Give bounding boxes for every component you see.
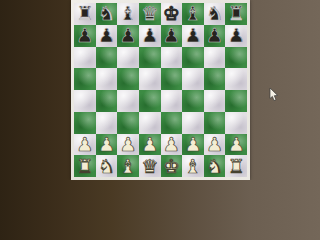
square-d7[interactable]: ♟ xyxy=(139,25,161,47)
square-d3[interactable] xyxy=(139,112,161,134)
square-d5[interactable] xyxy=(139,68,161,90)
piece-black-pawn[interactable]: ♟ xyxy=(184,26,201,45)
piece-black-king[interactable]: ♚ xyxy=(163,4,180,23)
square-e6[interactable] xyxy=(161,47,183,69)
piece-white-bishop[interactable]: ♝ xyxy=(120,156,137,175)
square-g7[interactable]: ♟ xyxy=(204,25,226,47)
mouse-cursor xyxy=(269,88,279,102)
square-g6[interactable] xyxy=(204,47,226,69)
piece-white-pawn[interactable]: ♟ xyxy=(98,134,115,153)
square-a1[interactable]: ♜ xyxy=(74,155,96,177)
piece-white-pawn[interactable]: ♟ xyxy=(184,134,201,153)
piece-white-queen[interactable]: ♛ xyxy=(141,156,158,175)
square-a8[interactable]: ♜ xyxy=(74,3,96,25)
square-c7[interactable]: ♟ xyxy=(117,25,139,47)
square-h8[interactable]: ♜ xyxy=(225,3,247,25)
square-b2[interactable]: ♟ xyxy=(96,134,118,156)
square-f3[interactable] xyxy=(182,112,204,134)
piece-black-bishop[interactable]: ♝ xyxy=(184,4,201,23)
square-d1[interactable]: ♛ xyxy=(139,155,161,177)
square-d8[interactable]: ♛ xyxy=(139,3,161,25)
square-h4[interactable] xyxy=(225,90,247,112)
piece-white-king[interactable]: ♚ xyxy=(163,156,180,175)
piece-white-pawn[interactable]: ♟ xyxy=(228,134,245,153)
square-g5[interactable] xyxy=(204,68,226,90)
chess-board: ♜♞♝♛♚♝♞♜♟♟♟♟♟♟♟♟♟♟♟♟♟♟♟♟♜♞♝♛♚♝♞♜ xyxy=(74,3,247,177)
piece-black-pawn[interactable]: ♟ xyxy=(163,26,180,45)
square-f6[interactable] xyxy=(182,47,204,69)
square-g8[interactable]: ♞ xyxy=(204,3,226,25)
piece-white-pawn[interactable]: ♟ xyxy=(141,134,158,153)
square-e3[interactable] xyxy=(161,112,183,134)
piece-black-pawn[interactable]: ♟ xyxy=(206,26,223,45)
square-c8[interactable]: ♝ xyxy=(117,3,139,25)
square-h7[interactable]: ♟ xyxy=(225,25,247,47)
piece-white-pawn[interactable]: ♟ xyxy=(120,134,137,153)
square-e7[interactable]: ♟ xyxy=(161,25,183,47)
piece-black-bishop[interactable]: ♝ xyxy=(120,4,137,23)
square-a6[interactable] xyxy=(74,47,96,69)
piece-white-knight[interactable]: ♞ xyxy=(98,156,115,175)
square-b5[interactable] xyxy=(96,68,118,90)
square-g4[interactable] xyxy=(204,90,226,112)
piece-black-pawn[interactable]: ♟ xyxy=(76,26,93,45)
piece-white-bishop[interactable]: ♝ xyxy=(184,156,201,175)
square-d6[interactable] xyxy=(139,47,161,69)
square-h2[interactable]: ♟ xyxy=(225,134,247,156)
square-f4[interactable] xyxy=(182,90,204,112)
square-f7[interactable]: ♟ xyxy=(182,25,204,47)
square-g3[interactable] xyxy=(204,112,226,134)
square-c5[interactable] xyxy=(117,68,139,90)
square-c2[interactable]: ♟ xyxy=(117,134,139,156)
square-e4[interactable] xyxy=(161,90,183,112)
chess-board-frame: ♜♞♝♛♚♝♞♜♟♟♟♟♟♟♟♟♟♟♟♟♟♟♟♟♜♞♝♛♚♝♞♜ xyxy=(71,0,250,180)
square-a7[interactable]: ♟ xyxy=(74,25,96,47)
square-h3[interactable] xyxy=(225,112,247,134)
piece-white-knight[interactable]: ♞ xyxy=(206,156,223,175)
square-b8[interactable]: ♞ xyxy=(96,3,118,25)
square-h5[interactable] xyxy=(225,68,247,90)
piece-white-pawn[interactable]: ♟ xyxy=(163,134,180,153)
square-b4[interactable] xyxy=(96,90,118,112)
piece-black-rook[interactable]: ♜ xyxy=(76,4,93,23)
square-f1[interactable]: ♝ xyxy=(182,155,204,177)
piece-white-pawn[interactable]: ♟ xyxy=(76,134,93,153)
square-a4[interactable] xyxy=(74,90,96,112)
piece-black-pawn[interactable]: ♟ xyxy=(141,26,158,45)
piece-white-rook[interactable]: ♜ xyxy=(76,156,93,175)
square-g1[interactable]: ♞ xyxy=(204,155,226,177)
square-e5[interactable] xyxy=(161,68,183,90)
square-b1[interactable]: ♞ xyxy=(96,155,118,177)
piece-white-rook[interactable]: ♜ xyxy=(228,156,245,175)
square-d4[interactable] xyxy=(139,90,161,112)
piece-black-pawn[interactable]: ♟ xyxy=(98,26,115,45)
square-a3[interactable] xyxy=(74,112,96,134)
piece-black-pawn[interactable]: ♟ xyxy=(228,26,245,45)
square-e1[interactable]: ♚ xyxy=(161,155,183,177)
piece-white-pawn[interactable]: ♟ xyxy=(206,134,223,153)
square-e8[interactable]: ♚ xyxy=(161,3,183,25)
piece-black-rook[interactable]: ♜ xyxy=(228,4,245,23)
square-g2[interactable]: ♟ xyxy=(204,134,226,156)
piece-black-knight[interactable]: ♞ xyxy=(98,4,115,23)
square-e2[interactable]: ♟ xyxy=(161,134,183,156)
square-c4[interactable] xyxy=(117,90,139,112)
square-f8[interactable]: ♝ xyxy=(182,3,204,25)
square-f2[interactable]: ♟ xyxy=(182,134,204,156)
square-b6[interactable] xyxy=(96,47,118,69)
square-b7[interactable]: ♟ xyxy=(96,25,118,47)
square-b3[interactable] xyxy=(96,112,118,134)
piece-black-queen[interactable]: ♛ xyxy=(141,4,158,23)
square-c6[interactable] xyxy=(117,47,139,69)
square-c3[interactable] xyxy=(117,112,139,134)
square-a2[interactable]: ♟ xyxy=(74,134,96,156)
piece-black-knight[interactable]: ♞ xyxy=(206,4,223,23)
square-a5[interactable] xyxy=(74,68,96,90)
square-h1[interactable]: ♜ xyxy=(225,155,247,177)
square-f5[interactable] xyxy=(182,68,204,90)
square-d2[interactable]: ♟ xyxy=(139,134,161,156)
square-c1[interactable]: ♝ xyxy=(117,155,139,177)
desktop-background: { "game": "chess", "position": { "fen": … xyxy=(0,0,320,180)
piece-black-pawn[interactable]: ♟ xyxy=(120,26,137,45)
square-h6[interactable] xyxy=(225,47,247,69)
